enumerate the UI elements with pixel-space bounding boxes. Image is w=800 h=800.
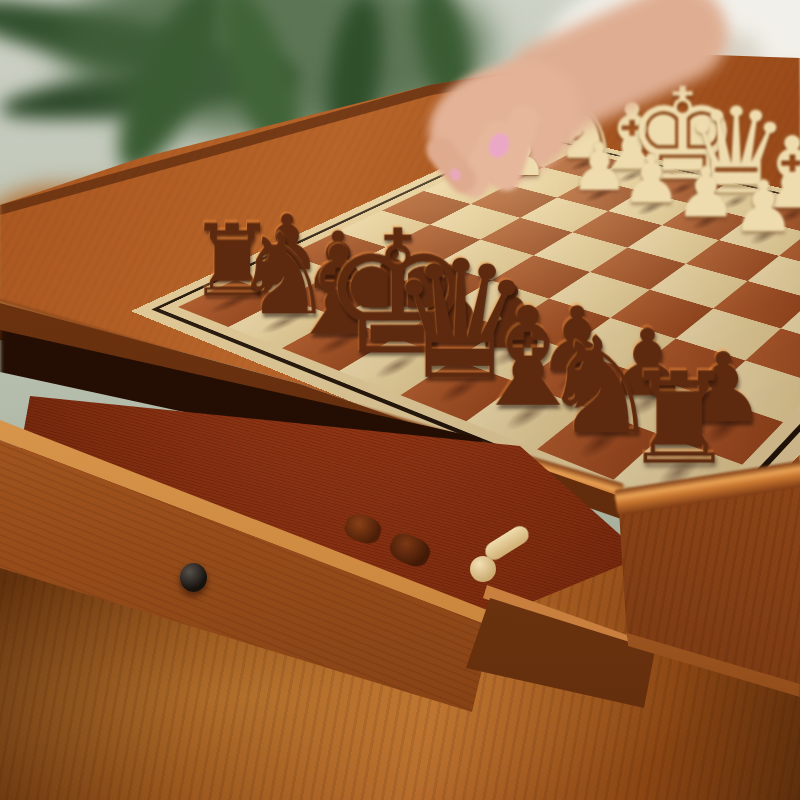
scene-chess-set-photo: ♜♞♝♚♛♝♞♜♟♟♟♟♟♟♟♟♟♟♟♟♟♟♟♜♞♝♚♛♝♞♜ ♟: [0, 0, 800, 800]
piece-light-P[interactable]: ♟: [788, 184, 800, 257]
drawer-knob[interactable]: [180, 563, 207, 592]
piece-dark-R[interactable]: ♜: [616, 356, 742, 482]
